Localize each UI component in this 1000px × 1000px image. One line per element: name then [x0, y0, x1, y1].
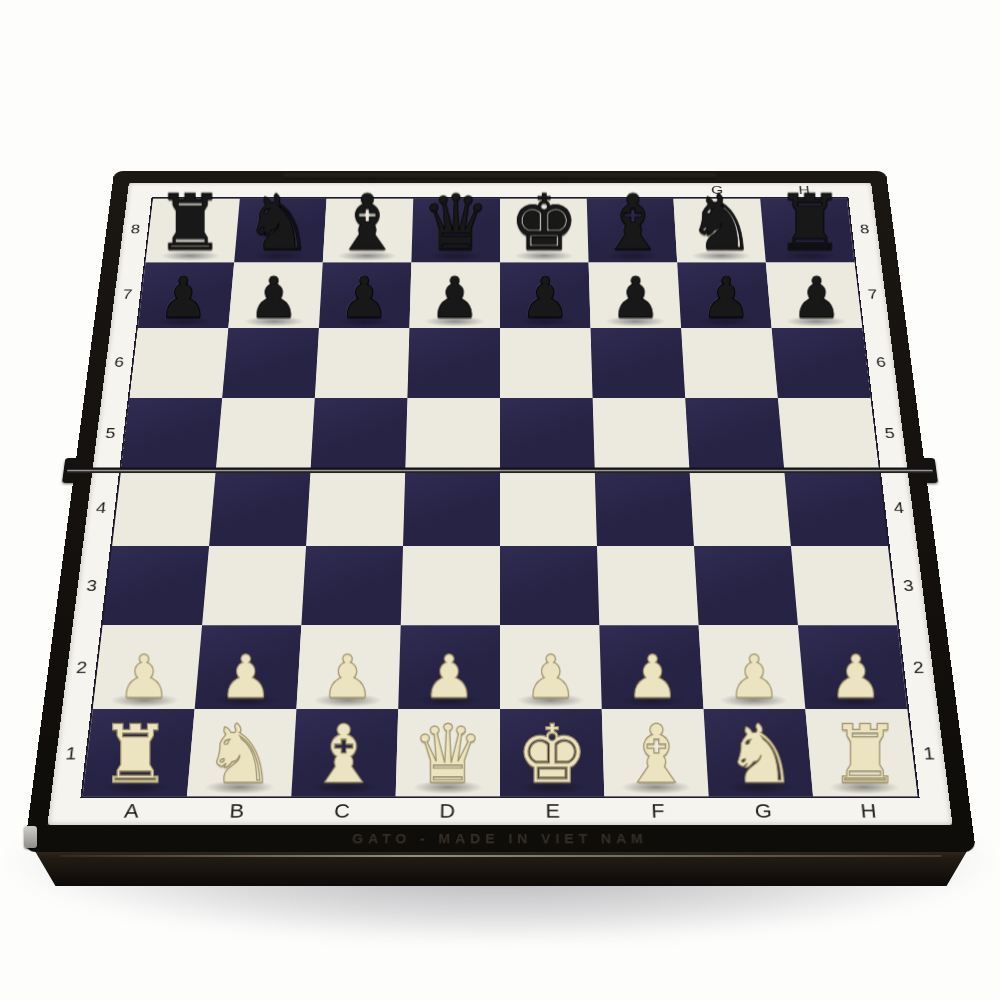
square-d3 — [401, 546, 500, 625]
file-label: A — [77, 798, 185, 825]
piece-shadow — [152, 316, 215, 327]
file-label: F — [605, 798, 711, 825]
piece-shadow — [313, 693, 383, 706]
piece-shadow — [517, 780, 588, 794]
file-label: H — [760, 183, 848, 198]
piece-black-bishop: ♝ — [333, 187, 402, 260]
piece-shadow — [109, 693, 179, 706]
piece-shadow — [204, 780, 276, 794]
square-c2: ♟ — [296, 625, 400, 708]
file-label: G — [710, 798, 817, 825]
piece-shadow — [426, 250, 486, 260]
square-e3 — [500, 546, 599, 625]
square-b3 — [202, 546, 306, 625]
piece-black-rook: ♜ — [156, 187, 225, 260]
brand-emboss: GATO - MADE IN VIET NAM — [24, 829, 975, 847]
square-g7: ♟ — [677, 262, 771, 328]
square-c6 — [315, 328, 410, 397]
file-label — [413, 183, 500, 198]
square-g4 — [689, 470, 790, 546]
square-a8: ♜ — [146, 199, 240, 262]
file-label: H — [815, 798, 923, 825]
square-g8: ♞ — [673, 199, 765, 262]
piece-shadow — [785, 316, 848, 327]
square-a3 — [103, 546, 209, 625]
square-f7: ♟ — [589, 262, 682, 328]
square-b6 — [222, 328, 319, 397]
photo-background: GH ABCDEFGH 87654321 87654321 ♜♞♝♛♚♝♞♜♟♟… — [0, 0, 1000, 1000]
square-b4 — [209, 470, 310, 546]
square-f5 — [593, 398, 690, 470]
square-f2: ♟ — [599, 625, 703, 708]
clasp-icon — [24, 826, 37, 848]
square-a4 — [112, 470, 216, 546]
square-d2: ♟ — [398, 625, 500, 708]
square-a2: ♟ — [93, 625, 202, 708]
square-b8: ♞ — [234, 199, 326, 262]
square-a1: ♜ — [83, 709, 195, 797]
piece-shadow — [424, 316, 486, 327]
chessboard: GH ABCDEFGH 87654321 87654321 ♜♞♝♛♚♝♞♜♟♟… — [24, 171, 976, 852]
piece-shadow — [248, 250, 309, 260]
square-h5 — [778, 398, 879, 470]
piece-shadow — [516, 693, 585, 706]
square-f1: ♝ — [602, 709, 709, 797]
square-g5 — [685, 398, 784, 470]
square-d8: ♛ — [411, 199, 500, 262]
square-c5 — [311, 398, 408, 470]
file-label: G — [673, 183, 761, 198]
piece-shadow — [514, 250, 574, 260]
square-g2: ♟ — [699, 625, 806, 708]
square-c8: ♝ — [323, 199, 413, 262]
square-b2: ♟ — [195, 625, 302, 708]
square-g6 — [681, 328, 778, 397]
file-label — [152, 183, 240, 198]
square-h1: ♜ — [805, 709, 917, 797]
piece-shadow — [160, 250, 221, 260]
piece-black-queen: ♛ — [421, 187, 490, 260]
board-grid: ♜♞♝♛♚♝♞♜♟♟♟♟♟♟♟♟♟♟♟♟♟♟♟♟♜♞♝♛♚♝♞♜ — [80, 197, 919, 798]
piece-black-king: ♚ — [510, 187, 579, 260]
square-g1: ♞ — [704, 709, 814, 797]
piece-shadow — [724, 780, 796, 794]
piece-black-rook: ♜ — [775, 187, 844, 260]
square-c4 — [306, 470, 405, 546]
fold-seam — [67, 467, 933, 473]
square-e5 — [500, 398, 595, 470]
file-label: E — [500, 798, 606, 825]
piece-shadow — [828, 780, 900, 794]
square-h6 — [772, 328, 871, 397]
square-e7: ♟ — [500, 262, 591, 328]
piece-shadow — [415, 693, 484, 706]
piece-shadow — [243, 316, 305, 327]
square-b1: ♞ — [187, 709, 297, 797]
square-f4 — [595, 470, 694, 546]
file-labels-bottom: ABCDEFGH — [77, 798, 923, 825]
file-label — [239, 183, 327, 198]
piece-shadow — [412, 780, 483, 794]
file-label: D — [394, 798, 500, 825]
square-f3 — [597, 546, 699, 625]
piece-black-bishop: ♝ — [598, 187, 667, 260]
square-e4 — [500, 470, 597, 546]
square-h7: ♟ — [766, 262, 862, 328]
square-h4 — [784, 470, 888, 546]
file-label — [326, 183, 414, 198]
file-label: B — [183, 798, 290, 825]
piece-shadow — [621, 780, 692, 794]
piece-shadow — [308, 780, 379, 794]
square-h8: ♜ — [760, 199, 854, 262]
piece-shadow — [605, 316, 667, 327]
square-f6 — [591, 328, 686, 397]
board-face: GH ABCDEFGH 87654321 87654321 ♜♞♝♛♚♝♞♜♟♟… — [47, 183, 952, 825]
piece-shadow — [779, 250, 840, 260]
piece-shadow — [211, 693, 281, 706]
piece-shadow — [99, 780, 171, 794]
top-frame-emboss — [283, 174, 716, 180]
file-label — [500, 183, 587, 198]
square-a5 — [121, 398, 222, 470]
square-c3 — [301, 546, 403, 625]
square-b5 — [216, 398, 315, 470]
square-d7: ♟ — [409, 262, 500, 328]
piece-shadow — [602, 250, 663, 260]
square-c1: ♝ — [291, 709, 398, 797]
square-a6 — [130, 328, 229, 397]
square-d4 — [403, 470, 500, 546]
square-e1: ♚ — [500, 709, 604, 797]
file-label: C — [289, 798, 395, 825]
square-f8: ♝ — [587, 199, 677, 262]
piece-black-knight: ♞ — [687, 187, 756, 260]
file-label — [587, 183, 675, 198]
piece-shadow — [691, 250, 752, 260]
square-g3 — [694, 546, 798, 625]
folded-case-edge — [32, 846, 970, 886]
file-labels-top: GH — [152, 183, 849, 198]
piece-shadow — [695, 316, 757, 327]
square-a7: ♟ — [138, 262, 234, 328]
square-e6 — [500, 328, 593, 397]
piece-shadow — [337, 250, 398, 260]
brand-emboss-text: GATO - MADE IN VIET NAM — [352, 831, 648, 846]
piece-shadow — [820, 693, 890, 706]
square-e2: ♟ — [500, 625, 602, 708]
square-d1: ♛ — [396, 709, 500, 797]
square-h2: ♟ — [798, 625, 907, 708]
piece-shadow — [719, 693, 789, 706]
square-d5 — [405, 398, 500, 470]
square-d6 — [407, 328, 500, 397]
square-b7: ♟ — [228, 262, 322, 328]
piece-shadow — [514, 316, 576, 327]
square-c7: ♟ — [319, 262, 412, 328]
piece-black-knight: ♞ — [244, 187, 313, 260]
piece-shadow — [618, 693, 688, 706]
square-h3 — [791, 546, 897, 625]
piece-shadow — [333, 316, 395, 327]
square-e8: ♚ — [500, 199, 589, 262]
